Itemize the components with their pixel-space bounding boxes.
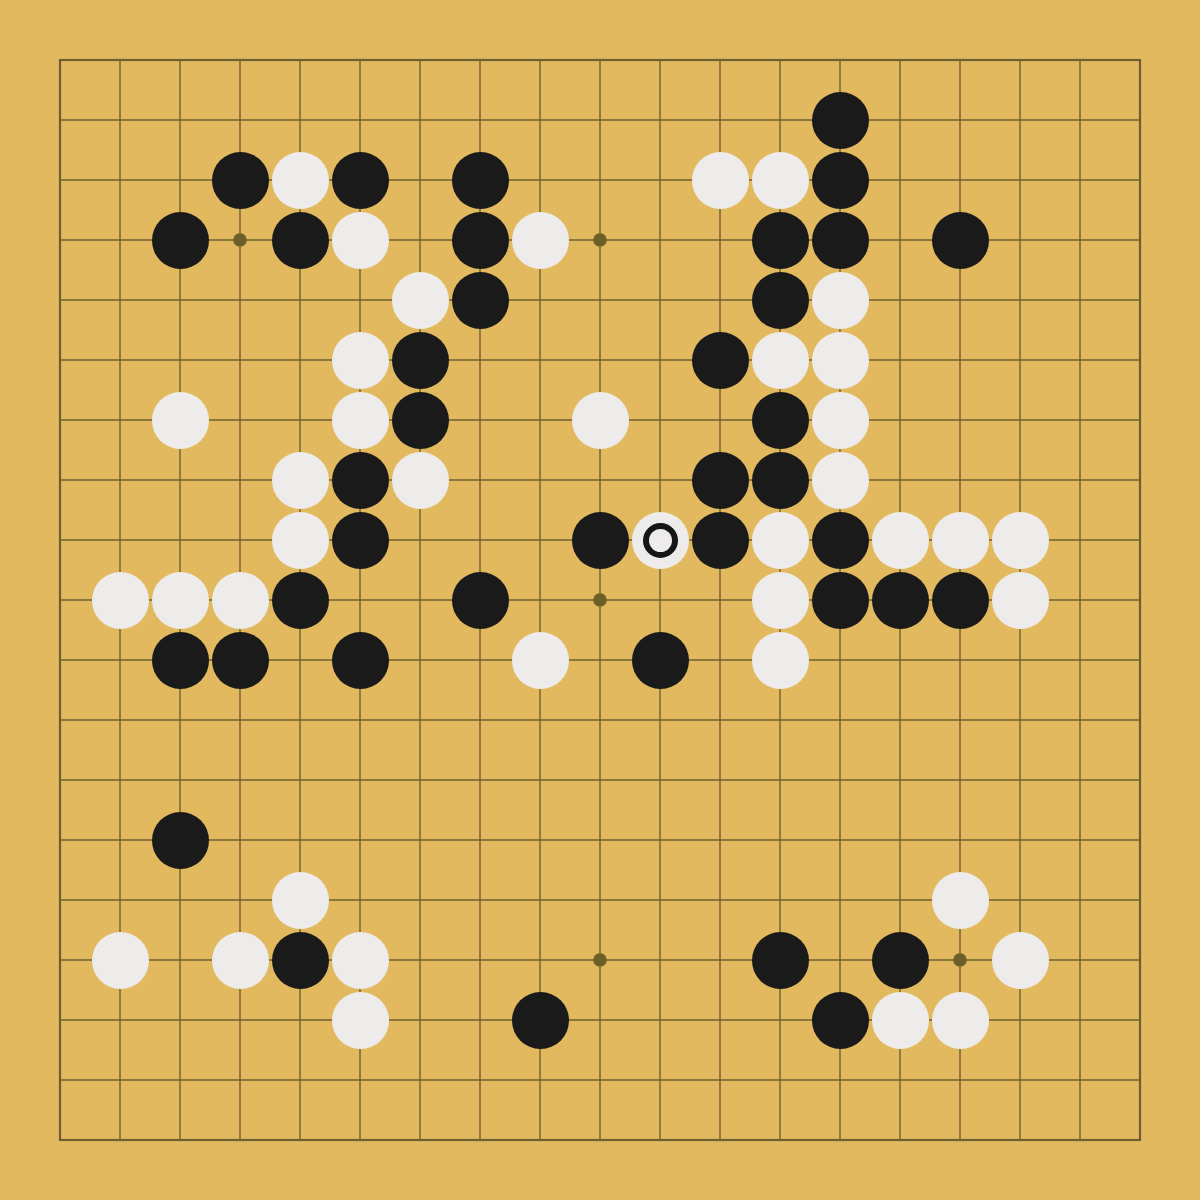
- black-stone: [272, 572, 329, 629]
- black-stone: [212, 152, 269, 209]
- black-stone: [752, 392, 809, 449]
- black-stone: [752, 212, 809, 269]
- white-stone: [932, 512, 989, 569]
- black-stone: [212, 632, 269, 689]
- white-stone: [752, 572, 809, 629]
- black-stone: [812, 212, 869, 269]
- black-stone: [332, 512, 389, 569]
- black-stone: [932, 212, 989, 269]
- black-stone: [872, 572, 929, 629]
- white-stone: [332, 992, 389, 1049]
- black-stone: [812, 92, 869, 149]
- black-stone: [692, 332, 749, 389]
- white-stone: [332, 932, 389, 989]
- black-stone: [332, 452, 389, 509]
- black-stone: [452, 152, 509, 209]
- white-stone: [272, 872, 329, 929]
- black-stone: [512, 992, 569, 1049]
- white-stone: [872, 512, 929, 569]
- white-stone: [992, 572, 1049, 629]
- last-move-marker: [643, 523, 678, 558]
- white-stone: [332, 332, 389, 389]
- white-stone: [392, 272, 449, 329]
- black-stone: [452, 212, 509, 269]
- white-stone: [752, 152, 809, 209]
- black-stone: [332, 152, 389, 209]
- white-stone: [272, 452, 329, 509]
- black-stone: [272, 212, 329, 269]
- white-stone: [932, 872, 989, 929]
- black-stone: [812, 512, 869, 569]
- black-stone: [452, 272, 509, 329]
- black-stone: [812, 572, 869, 629]
- white-stone: [752, 332, 809, 389]
- white-stone: [572, 392, 629, 449]
- stones-layer: [0, 0, 1200, 1200]
- white-stone: [152, 572, 209, 629]
- white-stone: [332, 212, 389, 269]
- white-stone: [152, 392, 209, 449]
- black-stone: [392, 392, 449, 449]
- white-stone: [812, 452, 869, 509]
- white-stone: [632, 512, 689, 569]
- black-stone: [152, 632, 209, 689]
- black-stone: [332, 632, 389, 689]
- white-stone: [512, 632, 569, 689]
- white-stone: [212, 932, 269, 989]
- black-stone: [632, 632, 689, 689]
- black-stone: [752, 452, 809, 509]
- white-stone: [752, 632, 809, 689]
- white-stone: [212, 572, 269, 629]
- white-stone: [692, 152, 749, 209]
- white-stone: [512, 212, 569, 269]
- black-stone: [272, 932, 329, 989]
- black-stone: [152, 212, 209, 269]
- black-stone: [812, 992, 869, 1049]
- white-stone: [812, 392, 869, 449]
- white-stone: [272, 512, 329, 569]
- black-stone: [872, 932, 929, 989]
- black-stone: [392, 332, 449, 389]
- black-stone: [812, 152, 869, 209]
- black-stone: [692, 452, 749, 509]
- black-stone: [932, 572, 989, 629]
- black-stone: [692, 512, 749, 569]
- white-stone: [932, 992, 989, 1049]
- white-stone: [752, 512, 809, 569]
- white-stone: [812, 332, 869, 389]
- black-stone: [752, 932, 809, 989]
- white-stone: [92, 572, 149, 629]
- white-stone: [992, 932, 1049, 989]
- white-stone: [992, 512, 1049, 569]
- black-stone: [572, 512, 629, 569]
- white-stone: [332, 392, 389, 449]
- white-stone: [272, 152, 329, 209]
- white-stone: [872, 992, 929, 1049]
- go-board[interactable]: [0, 0, 1200, 1200]
- black-stone: [452, 572, 509, 629]
- white-stone: [92, 932, 149, 989]
- white-stone: [812, 272, 869, 329]
- white-stone: [392, 452, 449, 509]
- black-stone: [752, 272, 809, 329]
- black-stone: [152, 812, 209, 869]
